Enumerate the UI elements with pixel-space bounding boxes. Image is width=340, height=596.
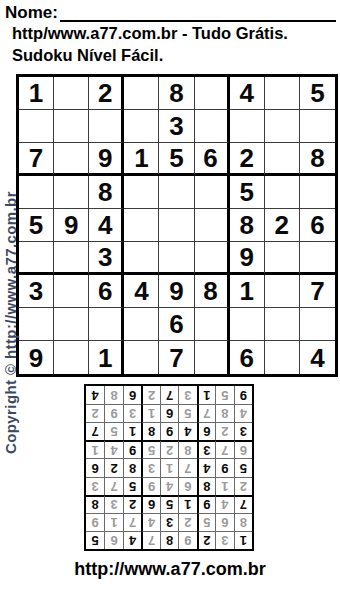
puzzle-cell-r9c3: 1 — [89, 341, 124, 374]
puzzle-cell-r9c6 — [195, 341, 230, 374]
solution-cell-r9c6: 2 — [141, 386, 159, 404]
solution-cell-r3c8: 3 — [104, 495, 122, 513]
solution-cell-r6c2: 7 — [215, 440, 233, 458]
solution-cell-r1c1: 1 — [234, 531, 252, 549]
solution-cell-r7c8: 5 — [104, 422, 122, 440]
solution-cell-r5c1: 5 — [234, 458, 252, 476]
puzzle-cell-r8c5: 6 — [159, 308, 194, 341]
solution-cell-r3c1: 7 — [234, 495, 252, 513]
puzzle-cell-r7c9: 7 — [300, 275, 335, 308]
solution-cell-r7c9: 7 — [86, 422, 104, 440]
solution-cell-r6c9: 1 — [86, 440, 104, 458]
puzzle-cell-r2c3 — [89, 110, 124, 143]
solution-cell-r6c5: 2 — [160, 440, 178, 458]
puzzle-cell-r3c9: 8 — [300, 143, 335, 176]
puzzle-cell-r8c8 — [265, 308, 300, 341]
puzzle-cell-r4c9 — [300, 176, 335, 209]
solution-cell-r6c7: 9 — [123, 440, 141, 458]
puzzle-cell-r7c4: 4 — [124, 275, 159, 308]
puzzle-cell-r5c7: 8 — [230, 209, 265, 242]
puzzle-cell-r4c1 — [19, 176, 54, 209]
solution-cell-r7c6: 8 — [141, 422, 159, 440]
solution-cell-r7c1: 3 — [234, 422, 252, 440]
puzzle-cell-r2c5: 3 — [159, 110, 194, 143]
solution-cell-r3c9: 8 — [86, 495, 104, 513]
solution-cell-r5c2: 9 — [215, 458, 233, 476]
puzzle-cell-r4c8 — [265, 176, 300, 209]
puzzle-cell-r3c3: 9 — [89, 143, 124, 176]
puzzle-cell-r9c5: 7 — [159, 341, 194, 374]
puzzle-cell-r5c1: 5 — [19, 209, 54, 242]
solution-cell-r5c9: 6 — [86, 458, 104, 476]
solution-cell-r4c3: 8 — [197, 477, 215, 495]
puzzle-cell-r5c5 — [159, 209, 194, 242]
solution-cell-r2c6: 4 — [141, 513, 159, 531]
puzzle-cell-r3c1: 7 — [19, 143, 54, 176]
solution-cell-r1c7: 4 — [123, 531, 141, 549]
puzzle-cell-r6c1 — [19, 242, 54, 275]
puzzle-cell-r8c9 — [300, 308, 335, 341]
solution-cell-r9c8: 8 — [104, 386, 122, 404]
solution-cell-r3c6: 6 — [141, 495, 159, 513]
solution-cell-r4c6: 9 — [141, 477, 159, 495]
solution-cell-r7c7: 1 — [123, 422, 141, 440]
puzzle-cell-r7c3: 6 — [89, 275, 124, 308]
solution-cell-r9c4: 3 — [178, 386, 196, 404]
solution-cell-r7c2: 2 — [215, 422, 233, 440]
puzzle-cell-r6c8 — [265, 242, 300, 275]
solution-cell-r4c7: 5 — [123, 477, 141, 495]
solution-cell-r5c7: 8 — [123, 458, 141, 476]
puzzle-cell-r5c2: 9 — [54, 209, 89, 242]
solution-cell-r2c1: 8 — [234, 513, 252, 531]
name-blank-line — [60, 3, 336, 22]
puzzle-cell-r6c4 — [124, 242, 159, 275]
puzzle-cell-r3c2 — [54, 143, 89, 176]
solution-cell-r6c4: 8 — [178, 440, 196, 458]
solution-cell-r1c4: 9 — [178, 531, 196, 549]
solution-cell-r8c8: 9 — [104, 404, 122, 422]
solution-cell-r3c2: 4 — [215, 495, 233, 513]
solution-cell-r1c9: 5 — [86, 531, 104, 549]
puzzle-cell-r8c3 — [89, 308, 124, 341]
puzzle-cell-r6c7: 9 — [230, 242, 265, 275]
puzzle-cell-r1c9: 5 — [300, 77, 335, 110]
puzzle-cell-r3c5: 5 — [159, 143, 194, 176]
solution-cell-r9c7: 6 — [123, 386, 141, 404]
puzzle-cell-r1c8 — [265, 77, 300, 110]
solution-cell-r1c5: 8 — [160, 531, 178, 549]
puzzle-cell-r3c4: 1 — [124, 143, 159, 176]
solution-cell-r4c2: 1 — [215, 477, 233, 495]
solution-cell-r6c8: 4 — [104, 440, 122, 458]
solution-cell-r5c4: 7 — [178, 458, 196, 476]
solution-cell-r9c3: 1 — [197, 386, 215, 404]
site-title: http/www.a77.com.br - Tudo Grátis. — [12, 24, 288, 43]
puzzle-cell-r6c3: 3 — [89, 242, 124, 275]
puzzle-cell-r4c5 — [159, 176, 194, 209]
puzzle-cell-r4c2 — [54, 176, 89, 209]
solution-cell-r4c9: 3 — [86, 477, 104, 495]
puzzle-cell-r1c1: 1 — [19, 77, 54, 110]
solution-cell-r6c3: 3 — [197, 440, 215, 458]
sudoku-print-page: Nome: http/www.a77.com.br - Tudo Grátis.… — [0, 0, 340, 596]
puzzle-cell-r8c1 — [19, 308, 54, 341]
puzzle-cell-r7c2 — [54, 275, 89, 308]
solution-cell-r4c8: 7 — [104, 477, 122, 495]
puzzle-cell-r2c4 — [124, 110, 159, 143]
puzzle-cell-r9c1: 9 — [19, 341, 54, 374]
puzzle-subtitle: Sudoku Nível Fácil. — [12, 46, 163, 65]
solution-cell-r1c2: 3 — [215, 531, 233, 549]
solution-cell-r8c6: 1 — [141, 404, 159, 422]
solution-cell-r7c4: 4 — [178, 422, 196, 440]
solution-cell-r4c5: 4 — [160, 477, 178, 495]
solution-cell-r9c1: 9 — [234, 386, 252, 404]
solution-cell-r2c9: 9 — [86, 513, 104, 531]
solution-cell-r3c5: 5 — [160, 495, 178, 513]
puzzle-cell-r7c8 — [265, 275, 300, 308]
puzzle-cell-r6c5 — [159, 242, 194, 275]
solution-cell-r2c5: 3 — [160, 513, 178, 531]
puzzle-cell-r1c4 — [124, 77, 159, 110]
footer-url: http://www.a77.com.br — [0, 559, 340, 580]
sudoku-puzzle-grid: 128453791562885594826393649817691764 — [16, 74, 338, 377]
puzzle-cell-r3c7: 2 — [230, 143, 265, 176]
solution-cell-r1c6: 7 — [141, 531, 159, 549]
puzzle-cell-r9c4 — [124, 341, 159, 374]
puzzle-cell-r9c2 — [54, 341, 89, 374]
puzzle-cell-r7c1: 3 — [19, 275, 54, 308]
solution-cell-r8c3: 7 — [197, 404, 215, 422]
solution-cell-r5c5: 1 — [160, 458, 178, 476]
solution-cell-r5c8: 2 — [104, 458, 122, 476]
puzzle-cell-r2c7 — [230, 110, 265, 143]
puzzle-cell-r5c4 — [124, 209, 159, 242]
puzzle-cell-r3c6: 6 — [195, 143, 230, 176]
puzzle-cell-r1c2 — [54, 77, 89, 110]
solution-cell-r5c6: 3 — [141, 458, 159, 476]
puzzle-cell-r4c3: 8 — [89, 176, 124, 209]
puzzle-cell-r9c9: 4 — [300, 341, 335, 374]
puzzle-cell-r2c2 — [54, 110, 89, 143]
solution-cell-r8c2: 8 — [215, 404, 233, 422]
solution-cell-r3c4: 1 — [178, 495, 196, 513]
puzzle-cell-r6c2 — [54, 242, 89, 275]
solution-cell-r4c4: 6 — [178, 477, 196, 495]
name-row: Nome: — [5, 3, 336, 22]
puzzle-cell-r2c9 — [300, 110, 335, 143]
puzzle-cell-r5c6 — [195, 209, 230, 242]
solution-cell-r8c5: 6 — [160, 404, 178, 422]
puzzle-cell-r4c6 — [195, 176, 230, 209]
solution-cell-r2c7: 7 — [123, 513, 141, 531]
solution-cell-r8c7: 3 — [123, 404, 141, 422]
solution-cell-r2c2: 6 — [215, 513, 233, 531]
sudoku-solution-grid: 1329874658652347197491562382186495735947… — [84, 384, 254, 551]
puzzle-cell-r3c8 — [265, 143, 300, 176]
solution-cell-r9c9: 4 — [86, 386, 104, 404]
puzzle-cell-r2c6 — [195, 110, 230, 143]
solution-cell-r2c4: 2 — [178, 513, 196, 531]
solution-cell-r4c1: 2 — [234, 477, 252, 495]
puzzle-cell-r6c6 — [195, 242, 230, 275]
solution-cell-r3c3: 9 — [197, 495, 215, 513]
puzzle-cell-r4c7: 5 — [230, 176, 265, 209]
solution-cell-r1c3: 2 — [197, 531, 215, 549]
copyright-vertical-text: Copyright © http://www.a77.com.br — [2, 191, 19, 454]
puzzle-cell-r2c8 — [265, 110, 300, 143]
puzzle-cell-r1c5: 8 — [159, 77, 194, 110]
solution-cell-r6c6: 5 — [141, 440, 159, 458]
puzzle-cell-r7c6: 8 — [195, 275, 230, 308]
puzzle-cell-r1c3: 2 — [89, 77, 124, 110]
puzzle-cell-r1c6 — [195, 77, 230, 110]
puzzle-cell-r4c4 — [124, 176, 159, 209]
solution-cell-r6c1: 6 — [234, 440, 252, 458]
solution-cell-r9c2: 5 — [215, 386, 233, 404]
solution-cell-r9c5: 7 — [160, 386, 178, 404]
solution-cell-r2c3: 5 — [197, 513, 215, 531]
solution-cell-r8c1: 4 — [234, 404, 252, 422]
solution-cell-r8c9: 2 — [86, 404, 104, 422]
puzzle-cell-r1c7: 4 — [230, 77, 265, 110]
solution-cell-r8c4: 5 — [178, 404, 196, 422]
puzzle-cell-r5c8: 2 — [265, 209, 300, 242]
solution-cell-r7c3: 6 — [197, 422, 215, 440]
solution-cell-r2c8: 1 — [104, 513, 122, 531]
puzzle-cell-r5c9: 6 — [300, 209, 335, 242]
puzzle-cell-r8c2 — [54, 308, 89, 341]
puzzle-cell-r2c1 — [19, 110, 54, 143]
puzzle-cell-r7c7: 1 — [230, 275, 265, 308]
name-label: Nome: — [5, 3, 58, 22]
solution-cell-r5c3: 4 — [197, 458, 215, 476]
solution-cell-r1c8: 6 — [104, 531, 122, 549]
puzzle-cell-r7c5: 9 — [159, 275, 194, 308]
solution-cell-r3c7: 2 — [123, 495, 141, 513]
puzzle-cell-r5c3: 4 — [89, 209, 124, 242]
puzzle-cell-r9c7: 6 — [230, 341, 265, 374]
puzzle-cell-r8c6 — [195, 308, 230, 341]
puzzle-cell-r9c8 — [265, 341, 300, 374]
solution-cell-r7c5: 9 — [160, 422, 178, 440]
puzzle-cell-r8c7 — [230, 308, 265, 341]
puzzle-cell-r6c9 — [300, 242, 335, 275]
puzzle-cell-r8c4 — [124, 308, 159, 341]
